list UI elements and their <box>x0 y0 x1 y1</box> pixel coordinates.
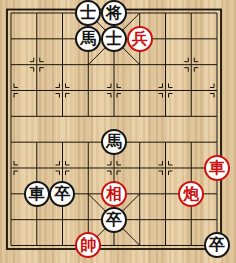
piece-black-horse[interactable]: 馬 <box>101 129 127 155</box>
xiangqi-board: 士将馬士兵馬車車卒相炮卒帥卒 <box>0 0 236 263</box>
piece-red-soldier[interactable]: 兵 <box>127 26 153 52</box>
piece-black-soldier[interactable]: 卒 <box>204 232 230 258</box>
piece-red-chariot[interactable]: 車 <box>204 155 230 181</box>
piece-black-advisor[interactable]: 士 <box>101 26 127 52</box>
piece-red-general[interactable]: 帥 <box>75 232 101 258</box>
piece-black-horse[interactable]: 馬 <box>75 26 101 52</box>
piece-black-advisor[interactable]: 士 <box>75 0 101 26</box>
piece-black-soldier[interactable]: 卒 <box>101 207 127 233</box>
piece-black-chariot[interactable]: 車 <box>24 181 50 207</box>
piece-black-soldier[interactable]: 卒 <box>49 181 75 207</box>
piece-red-cannon[interactable]: 炮 <box>178 181 204 207</box>
piece-red-elephant[interactable]: 相 <box>101 181 127 207</box>
piece-black-general[interactable]: 将 <box>101 0 127 26</box>
pieces-layer: 士将馬士兵馬車車卒相炮卒帥卒 <box>0 0 230 259</box>
